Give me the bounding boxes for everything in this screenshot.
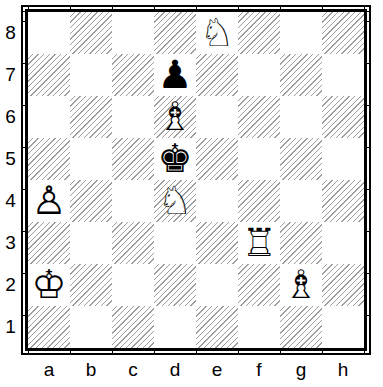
square-h4[interactable] (322, 180, 364, 222)
square-a6[interactable] (28, 96, 70, 138)
square-f7[interactable] (238, 54, 280, 96)
square-g4[interactable] (280, 180, 322, 222)
rank-label-7: 7 (0, 54, 21, 96)
square-d7[interactable]: ♟ (154, 54, 196, 96)
square-c3[interactable] (112, 222, 154, 264)
square-h8[interactable] (322, 12, 364, 54)
square-c4[interactable] (112, 180, 154, 222)
square-e5[interactable] (196, 138, 238, 180)
rank-label-3: 3 (0, 222, 21, 264)
file-label-b: b (70, 358, 112, 382)
chess-board-inner: ♞♘♟♝♗♚♟♙♞♘♜♖♚♔♝♗ (25, 9, 367, 351)
square-g6[interactable] (280, 96, 322, 138)
square-b8[interactable] (70, 12, 112, 54)
square-c2[interactable] (112, 264, 154, 306)
piece-wK-a2[interactable]: ♔ (28, 264, 70, 306)
file-label-e: e (196, 358, 238, 382)
square-h6[interactable] (322, 96, 364, 138)
file-label-h: h (322, 358, 364, 382)
square-a5[interactable] (28, 138, 70, 180)
square-g8[interactable] (280, 12, 322, 54)
piece-wB-g2[interactable]: ♗ (280, 264, 322, 306)
rank-label-5: 5 (0, 138, 21, 180)
file-labels: abcdefgh (28, 358, 383, 382)
square-d4[interactable]: ♞♘ (154, 180, 196, 222)
piece-wN-d4[interactable]: ♘ (154, 180, 196, 222)
square-d5[interactable]: ♚ (154, 138, 196, 180)
square-e6[interactable] (196, 96, 238, 138)
piece-bK-d5[interactable]: ♚ (154, 138, 196, 180)
piece-wB-d6[interactable]: ♗ (154, 96, 196, 138)
chess-board-frame: ♞♘♟♝♗♚♟♙♞♘♜♖♚♔♝♗ (21, 5, 371, 355)
square-g2[interactable]: ♝♗ (280, 264, 322, 306)
rank-labels: 87654321 (0, 12, 21, 348)
square-f5[interactable] (238, 138, 280, 180)
square-a3[interactable] (28, 222, 70, 264)
square-h7[interactable] (322, 54, 364, 96)
square-c1[interactable] (112, 306, 154, 348)
square-a1[interactable] (28, 306, 70, 348)
square-b3[interactable] (70, 222, 112, 264)
square-g5[interactable] (280, 138, 322, 180)
square-a4[interactable]: ♟♙ (28, 180, 70, 222)
square-b1[interactable] (70, 306, 112, 348)
rank-label-2: 2 (0, 264, 21, 306)
square-b6[interactable] (70, 96, 112, 138)
square-f2[interactable] (238, 264, 280, 306)
square-h5[interactable] (322, 138, 364, 180)
square-g1[interactable] (280, 306, 322, 348)
square-c6[interactable] (112, 96, 154, 138)
board-area: 87654321 ♞♘♟♝♗♚♟♙♞♘♜♖♚♔♝♗ (0, 0, 383, 355)
file-label-g: g (280, 358, 322, 382)
chess-diagram-page: 87654321 ♞♘♟♝♗♚♟♙♞♘♜♖♚♔♝♗ abcdefgh (0, 0, 383, 387)
square-f8[interactable] (238, 12, 280, 54)
square-d3[interactable] (154, 222, 196, 264)
square-f3[interactable]: ♜♖ (238, 222, 280, 264)
file-label-d: d (154, 358, 196, 382)
square-c5[interactable] (112, 138, 154, 180)
square-b5[interactable] (70, 138, 112, 180)
square-b4[interactable] (70, 180, 112, 222)
piece-bP-d7[interactable]: ♟ (154, 54, 196, 96)
file-label-a: a (28, 358, 70, 382)
square-e1[interactable] (196, 306, 238, 348)
rank-label-1: 1 (0, 306, 21, 348)
rank-label-8: 8 (0, 12, 21, 54)
square-g7[interactable] (280, 54, 322, 96)
file-label-f: f (238, 358, 280, 382)
piece-wP-a4[interactable]: ♙ (28, 180, 70, 222)
piece-wN-e8[interactable]: ♘ (196, 12, 238, 54)
square-g3[interactable] (280, 222, 322, 264)
piece-wR-f3[interactable]: ♖ (238, 222, 280, 264)
square-f1[interactable] (238, 306, 280, 348)
square-e3[interactable] (196, 222, 238, 264)
chess-board: ♞♘♟♝♗♚♟♙♞♘♜♖♚♔♝♗ (28, 12, 364, 348)
square-h2[interactable] (322, 264, 364, 306)
rank-label-4: 4 (0, 180, 21, 222)
square-e7[interactable] (196, 54, 238, 96)
square-d1[interactable] (154, 306, 196, 348)
square-e4[interactable] (196, 180, 238, 222)
square-e8[interactable]: ♞♘ (196, 12, 238, 54)
rank-label-6: 6 (0, 96, 21, 138)
square-b2[interactable] (70, 264, 112, 306)
square-f4[interactable] (238, 180, 280, 222)
square-h3[interactable] (322, 222, 364, 264)
square-e2[interactable] (196, 264, 238, 306)
square-a8[interactable] (28, 12, 70, 54)
square-a2[interactable]: ♚♔ (28, 264, 70, 306)
square-h1[interactable] (322, 306, 364, 348)
square-b7[interactable] (70, 54, 112, 96)
square-d6[interactable]: ♝♗ (154, 96, 196, 138)
square-a7[interactable] (28, 54, 70, 96)
square-c8[interactable] (112, 12, 154, 54)
square-f6[interactable] (238, 96, 280, 138)
square-c7[interactable] (112, 54, 154, 96)
file-label-c: c (112, 358, 154, 382)
square-d8[interactable] (154, 12, 196, 54)
square-d2[interactable] (154, 264, 196, 306)
